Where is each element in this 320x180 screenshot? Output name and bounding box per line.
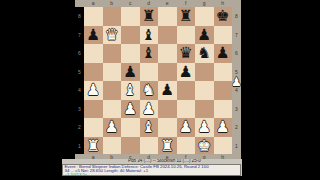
white-pawn-icon[interactable]: ♟ — [142, 100, 156, 119]
square-a1[interactable]: ♜ — [84, 137, 103, 156]
square-h2[interactable]: ♟ — [214, 118, 233, 137]
square-b2[interactable]: ♟ — [103, 118, 122, 137]
square-f8[interactable]: ♜ — [177, 7, 196, 26]
square-f4[interactable] — [177, 81, 196, 100]
square-g1[interactable]: ♚ — [195, 137, 214, 156]
square-h4[interactable] — [214, 81, 233, 100]
square-f2[interactable]: ♟ — [177, 118, 196, 137]
white-bishop-icon[interactable]: ♝ — [142, 118, 156, 137]
square-b8[interactable] — [103, 7, 122, 26]
square-a3[interactable] — [84, 100, 103, 119]
rank-label-1: 1 — [76, 137, 83, 156]
file-label-f: f — [177, 0, 196, 7]
square-d4[interactable]: ♞ — [140, 81, 159, 100]
rank-label-6: 6 — [232, 44, 241, 63]
square-d2[interactable]: ♝ — [140, 118, 159, 137]
square-f3[interactable] — [177, 100, 196, 119]
square-b5[interactable] — [103, 63, 122, 82]
rank-label-6: 6 — [76, 44, 83, 63]
black-rook-icon[interactable]: ♜ — [142, 7, 156, 26]
square-f7[interactable] — [177, 26, 196, 45]
black-pawn-icon[interactable]: ♟ — [160, 81, 174, 100]
square-h3[interactable] — [214, 100, 233, 119]
top-file-strip: abcdefgh — [75, 0, 241, 7]
square-d5[interactable] — [140, 63, 159, 82]
square-e1[interactable]: ♜ — [158, 137, 177, 156]
white-pawn-icon[interactable]: ♟ — [123, 100, 137, 119]
file-label-g: g — [195, 0, 214, 7]
white-rook-icon[interactable]: ♜ — [160, 137, 174, 156]
black-pawn-icon[interactable]: ♟ — [123, 63, 137, 82]
square-c2[interactable] — [121, 118, 140, 137]
game-info-box: Event : Bernd Sleipner Indian Defence: C… — [62, 164, 241, 176]
square-g7[interactable]: ♟ — [195, 26, 214, 45]
file-labels-top: abcdefgh — [84, 0, 232, 7]
square-h7[interactable] — [214, 26, 233, 45]
rank-label-2: 2 — [76, 118, 83, 137]
square-e8[interactable] — [158, 7, 177, 26]
black-knight-icon[interactable]: ♞ — [197, 44, 211, 63]
rank-label-5: 5 — [76, 63, 83, 82]
black-bishop-icon[interactable]: ♝ — [142, 44, 156, 63]
square-b7[interactable]: ♛ — [103, 26, 122, 45]
square-c6[interactable] — [121, 44, 140, 63]
square-h5[interactable] — [214, 63, 233, 82]
square-a2[interactable] — [84, 118, 103, 137]
square-g8[interactable] — [195, 7, 214, 26]
rank-label-7: 7 — [232, 26, 241, 45]
square-e2[interactable] — [158, 118, 177, 137]
square-a6[interactable] — [84, 44, 103, 63]
square-g2[interactable]: ♟ — [195, 118, 214, 137]
white-rook-icon[interactable]: ♜ — [86, 137, 100, 156]
square-f1[interactable] — [177, 137, 196, 156]
rank-label-8: 8 — [76, 7, 83, 26]
file-label-d: d — [140, 0, 159, 7]
eval-line: +1.50/13 5s — [63, 173, 240, 177]
square-c5[interactable]: ♟ — [121, 63, 140, 82]
square-f6[interactable]: ♛ — [177, 44, 196, 63]
rank-label-3: 3 — [232, 100, 241, 119]
black-bishop-icon[interactable]: ♝ — [142, 26, 156, 45]
rank-label-1: 1 — [232, 137, 241, 156]
chess-board[interactable]: ♜♜♚♟♛♝♟♝♛♞♟♟♟♟♝♞♟♟♟♟♝♟♟♟♜♜♚ — [84, 7, 232, 155]
square-a4[interactable]: ♟ — [84, 81, 103, 100]
square-b6[interactable] — [103, 44, 122, 63]
rank-label-2: 2 — [232, 118, 241, 137]
square-b4[interactable] — [103, 81, 122, 100]
square-e5[interactable] — [158, 63, 177, 82]
square-h8[interactable]: ♚ — [214, 7, 233, 26]
square-d1[interactable] — [140, 137, 159, 156]
file-label-b: b — [103, 0, 122, 7]
black-king-icon[interactable]: ♚ — [216, 7, 230, 26]
square-d3[interactable]: ♟ — [140, 100, 159, 119]
square-c8[interactable] — [121, 7, 140, 26]
square-a8[interactable] — [84, 7, 103, 26]
white-pawn-icon[interactable]: ♟ — [179, 118, 193, 137]
square-c3[interactable]: ♟ — [121, 100, 140, 119]
white-pawn-icon: ♟ — [231, 74, 242, 90]
rank-labels-left: 87654321 — [76, 7, 83, 155]
square-e6[interactable] — [158, 44, 177, 63]
white-pawn-icon[interactable]: ♟ — [197, 118, 211, 137]
square-f5[interactable]: ♟ — [177, 63, 196, 82]
rank-label-3: 3 — [76, 100, 83, 119]
square-h6[interactable]: ♟ — [214, 44, 233, 63]
square-a7[interactable]: ♟ — [84, 26, 103, 45]
square-e7[interactable] — [158, 26, 177, 45]
square-e4[interactable]: ♟ — [158, 81, 177, 100]
rank-label-7: 7 — [76, 26, 83, 45]
square-c1[interactable] — [121, 137, 140, 156]
square-c7[interactable] — [121, 26, 140, 45]
footer-panel: Pdb 34 (....) -- Stockfish 11 (....) 25-… — [62, 159, 242, 176]
black-pawn-icon[interactable]: ♟ — [216, 44, 230, 63]
black-pawn-icon[interactable]: ♟ — [179, 63, 193, 82]
square-g5[interactable] — [195, 63, 214, 82]
white-pawn-icon[interactable]: ♟ — [216, 118, 230, 137]
file-label-h: h — [214, 0, 233, 7]
file-label-e: e — [158, 0, 177, 7]
black-pawn-icon[interactable]: ♟ — [86, 26, 100, 45]
square-g6[interactable]: ♞ — [195, 44, 214, 63]
square-b1[interactable] — [103, 137, 122, 156]
rank-label-8: 8 — [232, 7, 241, 26]
square-g3[interactable] — [195, 100, 214, 119]
square-a5[interactable] — [84, 63, 103, 82]
white-bishop-icon[interactable]: ♝ — [123, 81, 137, 100]
rank-label-4: 4 — [76, 81, 83, 100]
square-d6[interactable]: ♝ — [140, 44, 159, 63]
file-label-c: c — [121, 0, 140, 7]
square-b3[interactable] — [103, 100, 122, 119]
white-knight-icon[interactable]: ♞ — [142, 81, 156, 100]
square-g4[interactable] — [195, 81, 214, 100]
square-d7[interactable]: ♝ — [140, 26, 159, 45]
square-e3[interactable] — [158, 100, 177, 119]
square-c4[interactable]: ♝ — [121, 81, 140, 100]
black-pawn-icon[interactable]: ♟ — [197, 26, 211, 45]
white-king-icon[interactable]: ♚ — [197, 137, 211, 156]
white-pawn-icon[interactable]: ♟ — [86, 81, 100, 100]
square-h1[interactable] — [214, 137, 233, 156]
white-queen-icon[interactable]: ♛ — [105, 26, 119, 45]
black-queen-icon[interactable]: ♛ — [179, 44, 193, 63]
white-pawn-icon[interactable]: ♟ — [105, 118, 119, 137]
square-d8[interactable]: ♜ — [140, 7, 159, 26]
black-rook-icon[interactable]: ♜ — [179, 7, 193, 26]
file-label-a: a — [84, 0, 103, 7]
